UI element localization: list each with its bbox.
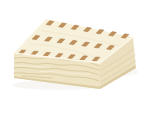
product-photo (0, 0, 150, 113)
brick-image (0, 0, 150, 113)
